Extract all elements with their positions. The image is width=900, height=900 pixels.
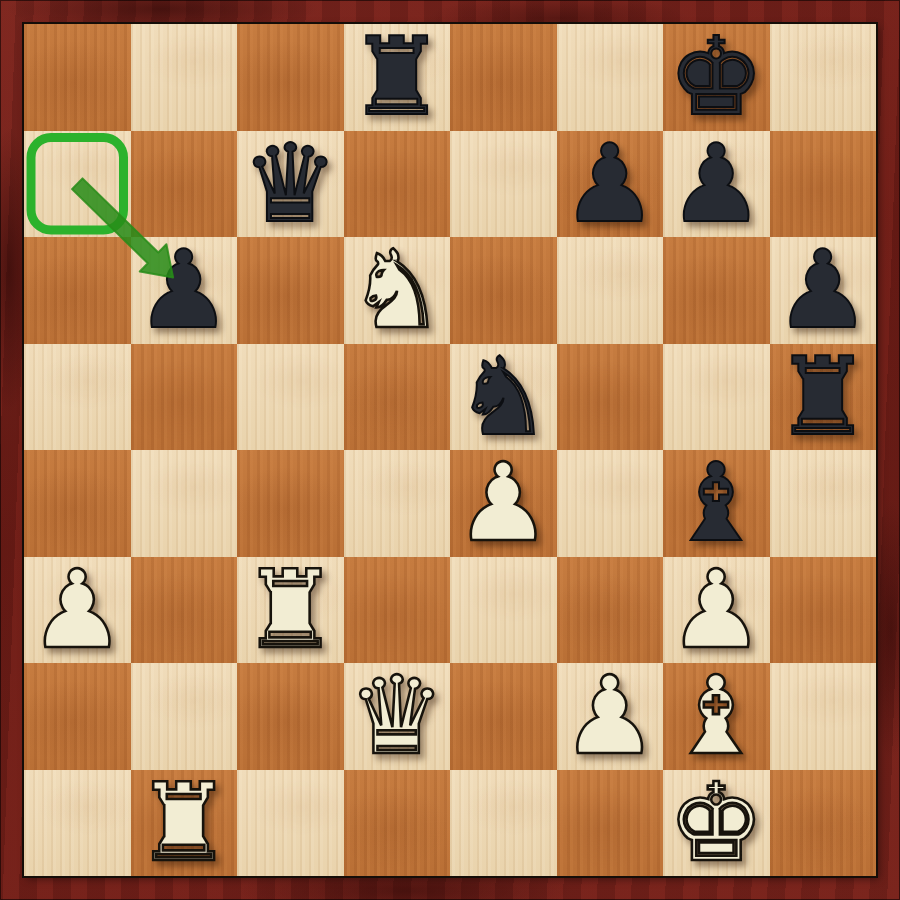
square-e6[interactable] (450, 237, 557, 344)
black-rook-d8-piece[interactable]: ♜ (344, 24, 451, 131)
white-pawn-e4-piece[interactable]: ♟ (450, 450, 557, 557)
square-a5[interactable] (24, 344, 131, 451)
square-c8[interactable] (237, 24, 344, 131)
square-h3[interactable] (770, 557, 877, 664)
white-rook-c3-piece[interactable]: ♜ (237, 557, 344, 664)
square-f8[interactable] (557, 24, 664, 131)
square-h1[interactable] (770, 770, 877, 877)
square-f5[interactable] (557, 344, 664, 451)
board-frame: ♜♚♛♟♟♟♞♟♞♜♟♝♟♜♟♛♟♝♜♚ (0, 0, 900, 900)
black-pawn-b6-piece[interactable]: ♟ (131, 237, 238, 344)
square-d7[interactable] (344, 131, 451, 238)
square-d5[interactable] (344, 344, 451, 451)
black-pawn-h6-piece[interactable]: ♟ (770, 237, 877, 344)
square-e2[interactable] (450, 663, 557, 770)
square-g5[interactable] (663, 344, 770, 451)
black-bishop-g4-piece[interactable]: ♝ (663, 450, 770, 557)
square-g6[interactable] (663, 237, 770, 344)
white-pawn-a3-piece[interactable]: ♟ (24, 557, 131, 664)
square-b5[interactable] (131, 344, 238, 451)
black-knight-e5-piece[interactable]: ♞ (450, 344, 557, 451)
black-pawn-f7-piece[interactable]: ♟ (557, 131, 664, 238)
black-queen-c7-piece[interactable]: ♛ (237, 131, 344, 238)
white-rook-b1-piece[interactable]: ♜ (131, 770, 238, 877)
square-a6[interactable] (24, 237, 131, 344)
square-h4[interactable] (770, 450, 877, 557)
square-b3[interactable] (131, 557, 238, 664)
square-a2[interactable] (24, 663, 131, 770)
square-d3[interactable] (344, 557, 451, 664)
black-rook-h5-piece[interactable]: ♜ (770, 344, 877, 451)
white-knight-d6-piece[interactable]: ♞ (344, 237, 451, 344)
square-a8[interactable] (24, 24, 131, 131)
square-f3[interactable] (557, 557, 664, 664)
square-b7[interactable] (131, 131, 238, 238)
square-b8[interactable] (131, 24, 238, 131)
square-e7[interactable] (450, 131, 557, 238)
square-h8[interactable] (770, 24, 877, 131)
black-king-g8-piece[interactable]: ♚ (663, 24, 770, 131)
black-pawn-g7-piece[interactable]: ♟ (663, 131, 770, 238)
square-b2[interactable] (131, 663, 238, 770)
square-d1[interactable] (344, 770, 451, 877)
square-e3[interactable] (450, 557, 557, 664)
square-e1[interactable] (450, 770, 557, 877)
chess-board: ♜♚♛♟♟♟♞♟♞♜♟♝♟♜♟♛♟♝♜♚ (24, 24, 876, 876)
square-a7[interactable] (24, 131, 131, 238)
square-c1[interactable] (237, 770, 344, 877)
square-c5[interactable] (237, 344, 344, 451)
square-h7[interactable] (770, 131, 877, 238)
square-b4[interactable] (131, 450, 238, 557)
square-a4[interactable] (24, 450, 131, 557)
square-f1[interactable] (557, 770, 664, 877)
square-a1[interactable] (24, 770, 131, 877)
square-d4[interactable] (344, 450, 451, 557)
white-queen-d2-piece[interactable]: ♛ (344, 663, 451, 770)
square-f6[interactable] (557, 237, 664, 344)
white-king-g1-piece[interactable]: ♚ (663, 770, 770, 877)
square-c4[interactable] (237, 450, 344, 557)
square-c2[interactable] (237, 663, 344, 770)
square-f4[interactable] (557, 450, 664, 557)
square-c6[interactable] (237, 237, 344, 344)
white-pawn-f2-piece[interactable]: ♟ (557, 663, 664, 770)
square-e8[interactable] (450, 24, 557, 131)
square-h2[interactable] (770, 663, 877, 770)
white-pawn-g3-piece[interactable]: ♟ (663, 557, 770, 664)
white-bishop-g2-piece[interactable]: ♝ (663, 663, 770, 770)
